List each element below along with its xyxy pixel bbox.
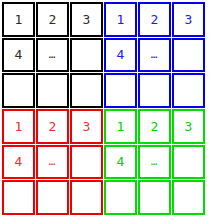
grid-cell: 1 [104, 109, 137, 144]
grid-cell: 2 [138, 2, 171, 37]
grid-cell: 4 [104, 38, 137, 73]
grid-cell [104, 73, 137, 108]
grid-cell [70, 180, 103, 215]
grid-cell [172, 73, 205, 108]
block-grid-board: 1234… 1234… 1234… 1234… [2, 2, 205, 215]
grid-cell: … [138, 38, 171, 73]
quadrant-bottom-left: 1234… [2, 109, 103, 215]
grid-cell: 3 [70, 2, 103, 37]
grid-cell: … [138, 145, 171, 180]
grid-cell [70, 145, 103, 180]
grid-cell: 3 [172, 109, 205, 144]
grid-cell: … [36, 145, 69, 180]
diagram-stage: 1234… 1234… 1234… 1234… [0, 0, 209, 217]
grid-cell [104, 180, 137, 215]
grid-cell: 4 [2, 145, 35, 180]
grid-cell: 2 [138, 109, 171, 144]
grid-cell [36, 73, 69, 108]
grid-cell [36, 180, 69, 215]
grid-cell: 3 [70, 109, 103, 144]
quadrant-top-right: 1234… [104, 2, 205, 108]
quadrant-top-left: 1234… [2, 2, 103, 108]
grid-cell: 2 [36, 2, 69, 37]
grid-cell: 4 [2, 38, 35, 73]
grid-cell [138, 180, 171, 215]
grid-cell [70, 73, 103, 108]
grid-cell [172, 38, 205, 73]
grid-cell [172, 180, 205, 215]
grid-cell: … [36, 38, 69, 73]
grid-cell: 2 [36, 109, 69, 144]
grid-cell: 1 [2, 2, 35, 37]
grid-cell: 4 [104, 145, 137, 180]
grid-cell [70, 38, 103, 73]
quadrant-bottom-right: 1234… [104, 109, 205, 215]
grid-cell: 3 [172, 2, 205, 37]
grid-cell: 1 [2, 109, 35, 144]
grid-cell: 1 [104, 2, 137, 37]
grid-cell [172, 145, 205, 180]
grid-cell [2, 73, 35, 108]
grid-cell [138, 73, 171, 108]
grid-cell [2, 180, 35, 215]
